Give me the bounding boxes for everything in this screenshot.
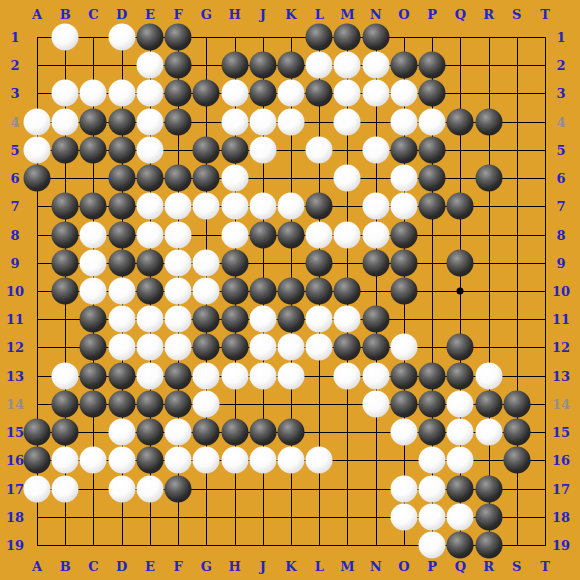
intersection-E17[interactable]	[136, 475, 164, 503]
intersection-L14[interactable]	[305, 390, 333, 418]
intersection-N13[interactable]	[362, 362, 390, 390]
intersection-S17[interactable]	[503, 475, 531, 503]
intersection-H3[interactable]	[221, 79, 249, 107]
intersection-F5[interactable]	[164, 136, 192, 164]
intersection-D15[interactable]	[108, 418, 136, 446]
intersection-Q4[interactable]	[446, 108, 474, 136]
intersection-M4[interactable]	[333, 108, 361, 136]
intersection-B9[interactable]	[51, 249, 79, 277]
intersection-N18[interactable]	[362, 503, 390, 531]
intersection-N2[interactable]	[362, 51, 390, 79]
intersection-J10[interactable]	[249, 277, 277, 305]
intersection-E4[interactable]	[136, 108, 164, 136]
intersection-A14[interactable]	[23, 390, 51, 418]
intersection-L15[interactable]	[305, 418, 333, 446]
intersection-C18[interactable]	[79, 503, 107, 531]
intersection-M10[interactable]	[333, 277, 361, 305]
intersection-P19[interactable]	[418, 531, 446, 559]
intersection-K9[interactable]	[277, 249, 305, 277]
intersection-H5[interactable]	[221, 136, 249, 164]
intersection-D6[interactable]	[108, 164, 136, 192]
intersection-B12[interactable]	[51, 333, 79, 361]
intersection-L6[interactable]	[305, 164, 333, 192]
intersection-H11[interactable]	[221, 305, 249, 333]
intersection-K11[interactable]	[277, 305, 305, 333]
intersection-O4[interactable]	[390, 108, 418, 136]
intersection-K15[interactable]	[277, 418, 305, 446]
intersection-B2[interactable]	[51, 51, 79, 79]
intersection-G5[interactable]	[192, 136, 220, 164]
intersection-M17[interactable]	[333, 475, 361, 503]
intersection-T10[interactable]	[531, 277, 559, 305]
intersection-C2[interactable]	[79, 51, 107, 79]
intersection-S11[interactable]	[503, 305, 531, 333]
intersection-O1[interactable]	[390, 23, 418, 51]
intersection-J13[interactable]	[249, 362, 277, 390]
intersection-Q3[interactable]	[446, 79, 474, 107]
intersection-R19[interactable]	[475, 531, 503, 559]
intersection-F11[interactable]	[164, 305, 192, 333]
intersection-R15[interactable]	[475, 418, 503, 446]
intersection-F14[interactable]	[164, 390, 192, 418]
intersection-G14[interactable]	[192, 390, 220, 418]
intersection-R5[interactable]	[475, 136, 503, 164]
intersection-A18[interactable]	[23, 503, 51, 531]
intersection-E13[interactable]	[136, 362, 164, 390]
intersection-E1[interactable]	[136, 23, 164, 51]
intersection-A19[interactable]	[23, 531, 51, 559]
intersection-H4[interactable]	[221, 108, 249, 136]
intersection-A17[interactable]	[23, 475, 51, 503]
intersection-J18[interactable]	[249, 503, 277, 531]
intersection-J17[interactable]	[249, 475, 277, 503]
intersection-L4[interactable]	[305, 108, 333, 136]
intersection-S4[interactable]	[503, 108, 531, 136]
intersection-T1[interactable]	[531, 23, 559, 51]
intersection-Q11[interactable]	[446, 305, 474, 333]
intersection-P18[interactable]	[418, 503, 446, 531]
intersection-L11[interactable]	[305, 305, 333, 333]
intersection-B13[interactable]	[51, 362, 79, 390]
intersection-R8[interactable]	[475, 221, 503, 249]
intersection-T3[interactable]	[531, 79, 559, 107]
intersection-H19[interactable]	[221, 531, 249, 559]
intersection-E3[interactable]	[136, 79, 164, 107]
intersection-B11[interactable]	[51, 305, 79, 333]
intersection-T14[interactable]	[531, 390, 559, 418]
intersection-Q19[interactable]	[446, 531, 474, 559]
intersection-D18[interactable]	[108, 503, 136, 531]
intersection-S15[interactable]	[503, 418, 531, 446]
intersection-B3[interactable]	[51, 79, 79, 107]
intersection-O12[interactable]	[390, 333, 418, 361]
intersection-T4[interactable]	[531, 108, 559, 136]
intersection-A10[interactable]	[23, 277, 51, 305]
intersection-L17[interactable]	[305, 475, 333, 503]
intersection-A9[interactable]	[23, 249, 51, 277]
intersection-M2[interactable]	[333, 51, 361, 79]
intersection-P12[interactable]	[418, 333, 446, 361]
intersection-P16[interactable]	[418, 446, 446, 474]
intersection-Q13[interactable]	[446, 362, 474, 390]
intersection-T16[interactable]	[531, 446, 559, 474]
intersection-M16[interactable]	[333, 446, 361, 474]
intersection-D14[interactable]	[108, 390, 136, 418]
intersection-B14[interactable]	[51, 390, 79, 418]
intersection-E11[interactable]	[136, 305, 164, 333]
intersection-L12[interactable]	[305, 333, 333, 361]
intersection-P10[interactable]	[418, 277, 446, 305]
intersection-G4[interactable]	[192, 108, 220, 136]
intersection-A13[interactable]	[23, 362, 51, 390]
intersection-G17[interactable]	[192, 475, 220, 503]
intersection-D16[interactable]	[108, 446, 136, 474]
intersection-A11[interactable]	[23, 305, 51, 333]
intersection-H15[interactable]	[221, 418, 249, 446]
intersection-T15[interactable]	[531, 418, 559, 446]
intersection-Q2[interactable]	[446, 51, 474, 79]
intersection-C7[interactable]	[79, 192, 107, 220]
intersection-P8[interactable]	[418, 221, 446, 249]
intersection-D8[interactable]	[108, 221, 136, 249]
intersection-S5[interactable]	[503, 136, 531, 164]
intersection-H1[interactable]	[221, 23, 249, 51]
intersection-B8[interactable]	[51, 221, 79, 249]
intersection-S14[interactable]	[503, 390, 531, 418]
intersection-H6[interactable]	[221, 164, 249, 192]
intersection-B1[interactable]	[51, 23, 79, 51]
intersection-H17[interactable]	[221, 475, 249, 503]
intersection-E12[interactable]	[136, 333, 164, 361]
intersection-K4[interactable]	[277, 108, 305, 136]
intersection-M3[interactable]	[333, 79, 361, 107]
intersection-P2[interactable]	[418, 51, 446, 79]
intersection-A5[interactable]	[23, 136, 51, 164]
intersection-C4[interactable]	[79, 108, 107, 136]
intersection-S13[interactable]	[503, 362, 531, 390]
intersection-D19[interactable]	[108, 531, 136, 559]
intersection-A15[interactable]	[23, 418, 51, 446]
intersection-E9[interactable]	[136, 249, 164, 277]
intersection-N7[interactable]	[362, 192, 390, 220]
intersection-F9[interactable]	[164, 249, 192, 277]
intersection-H14[interactable]	[221, 390, 249, 418]
intersection-L5[interactable]	[305, 136, 333, 164]
intersection-K7[interactable]	[277, 192, 305, 220]
intersection-L19[interactable]	[305, 531, 333, 559]
intersection-B15[interactable]	[51, 418, 79, 446]
intersection-T7[interactable]	[531, 192, 559, 220]
intersection-D1[interactable]	[108, 23, 136, 51]
intersection-F19[interactable]	[164, 531, 192, 559]
intersection-C15[interactable]	[79, 418, 107, 446]
intersection-T6[interactable]	[531, 164, 559, 192]
intersection-M11[interactable]	[333, 305, 361, 333]
intersection-G16[interactable]	[192, 446, 220, 474]
intersection-O5[interactable]	[390, 136, 418, 164]
intersection-J19[interactable]	[249, 531, 277, 559]
intersection-R10[interactable]	[475, 277, 503, 305]
intersection-J9[interactable]	[249, 249, 277, 277]
intersection-C10[interactable]	[79, 277, 107, 305]
intersection-T5[interactable]	[531, 136, 559, 164]
intersection-S16[interactable]	[503, 446, 531, 474]
intersection-Q8[interactable]	[446, 221, 474, 249]
intersection-B7[interactable]	[51, 192, 79, 220]
intersection-T12[interactable]	[531, 333, 559, 361]
intersection-S10[interactable]	[503, 277, 531, 305]
intersection-S12[interactable]	[503, 333, 531, 361]
intersection-R6[interactable]	[475, 164, 503, 192]
intersection-O17[interactable]	[390, 475, 418, 503]
intersection-D13[interactable]	[108, 362, 136, 390]
intersection-P17[interactable]	[418, 475, 446, 503]
intersection-J5[interactable]	[249, 136, 277, 164]
intersection-L18[interactable]	[305, 503, 333, 531]
intersection-R12[interactable]	[475, 333, 503, 361]
intersection-R2[interactable]	[475, 51, 503, 79]
intersection-S9[interactable]	[503, 249, 531, 277]
intersection-T11[interactable]	[531, 305, 559, 333]
intersection-G10[interactable]	[192, 277, 220, 305]
intersection-C16[interactable]	[79, 446, 107, 474]
intersection-S19[interactable]	[503, 531, 531, 559]
intersection-D5[interactable]	[108, 136, 136, 164]
intersection-O14[interactable]	[390, 390, 418, 418]
intersection-S6[interactable]	[503, 164, 531, 192]
intersection-A4[interactable]	[23, 108, 51, 136]
intersection-F18[interactable]	[164, 503, 192, 531]
intersection-P7[interactable]	[418, 192, 446, 220]
intersection-N9[interactable]	[362, 249, 390, 277]
intersection-C5[interactable]	[79, 136, 107, 164]
intersection-G1[interactable]	[192, 23, 220, 51]
intersection-K17[interactable]	[277, 475, 305, 503]
intersection-E16[interactable]	[136, 446, 164, 474]
intersection-O7[interactable]	[390, 192, 418, 220]
intersection-N16[interactable]	[362, 446, 390, 474]
intersection-M1[interactable]	[333, 23, 361, 51]
intersection-C11[interactable]	[79, 305, 107, 333]
intersection-N15[interactable]	[362, 418, 390, 446]
intersection-R11[interactable]	[475, 305, 503, 333]
intersection-T9[interactable]	[531, 249, 559, 277]
intersection-S3[interactable]	[503, 79, 531, 107]
intersection-E10[interactable]	[136, 277, 164, 305]
intersection-P9[interactable]	[418, 249, 446, 277]
intersection-T8[interactable]	[531, 221, 559, 249]
intersection-C12[interactable]	[79, 333, 107, 361]
intersection-Q17[interactable]	[446, 475, 474, 503]
intersection-R17[interactable]	[475, 475, 503, 503]
intersection-A6[interactable]	[23, 164, 51, 192]
intersection-M8[interactable]	[333, 221, 361, 249]
intersection-N19[interactable]	[362, 531, 390, 559]
intersection-N10[interactable]	[362, 277, 390, 305]
intersection-K6[interactable]	[277, 164, 305, 192]
intersection-M7[interactable]	[333, 192, 361, 220]
intersection-T18[interactable]	[531, 503, 559, 531]
intersection-K16[interactable]	[277, 446, 305, 474]
intersection-H18[interactable]	[221, 503, 249, 531]
intersection-D7[interactable]	[108, 192, 136, 220]
intersection-L10[interactable]	[305, 277, 333, 305]
intersection-M14[interactable]	[333, 390, 361, 418]
intersection-R4[interactable]	[475, 108, 503, 136]
intersection-C6[interactable]	[79, 164, 107, 192]
intersection-G7[interactable]	[192, 192, 220, 220]
intersection-L8[interactable]	[305, 221, 333, 249]
intersection-K18[interactable]	[277, 503, 305, 531]
intersection-J12[interactable]	[249, 333, 277, 361]
intersection-J4[interactable]	[249, 108, 277, 136]
intersection-B18[interactable]	[51, 503, 79, 531]
intersection-J6[interactable]	[249, 164, 277, 192]
intersection-R3[interactable]	[475, 79, 503, 107]
intersection-B16[interactable]	[51, 446, 79, 474]
intersection-J16[interactable]	[249, 446, 277, 474]
intersection-P1[interactable]	[418, 23, 446, 51]
intersection-G8[interactable]	[192, 221, 220, 249]
intersection-P14[interactable]	[418, 390, 446, 418]
intersection-D3[interactable]	[108, 79, 136, 107]
intersection-C19[interactable]	[79, 531, 107, 559]
intersection-O18[interactable]	[390, 503, 418, 531]
intersection-A12[interactable]	[23, 333, 51, 361]
intersection-O19[interactable]	[390, 531, 418, 559]
intersection-C3[interactable]	[79, 79, 107, 107]
intersection-A1[interactable]	[23, 23, 51, 51]
intersection-J2[interactable]	[249, 51, 277, 79]
intersection-H10[interactable]	[221, 277, 249, 305]
intersection-Q10[interactable]	[446, 277, 474, 305]
intersection-P13[interactable]	[418, 362, 446, 390]
intersection-K13[interactable]	[277, 362, 305, 390]
intersection-N3[interactable]	[362, 79, 390, 107]
intersection-N11[interactable]	[362, 305, 390, 333]
intersection-G15[interactable]	[192, 418, 220, 446]
intersection-E18[interactable]	[136, 503, 164, 531]
intersection-O13[interactable]	[390, 362, 418, 390]
intersection-L7[interactable]	[305, 192, 333, 220]
intersection-G3[interactable]	[192, 79, 220, 107]
intersection-Q1[interactable]	[446, 23, 474, 51]
intersection-N12[interactable]	[362, 333, 390, 361]
intersection-P4[interactable]	[418, 108, 446, 136]
intersection-J7[interactable]	[249, 192, 277, 220]
intersection-F10[interactable]	[164, 277, 192, 305]
intersection-B6[interactable]	[51, 164, 79, 192]
intersection-F12[interactable]	[164, 333, 192, 361]
intersection-B5[interactable]	[51, 136, 79, 164]
intersection-G11[interactable]	[192, 305, 220, 333]
intersection-D2[interactable]	[108, 51, 136, 79]
intersection-G2[interactable]	[192, 51, 220, 79]
intersection-T17[interactable]	[531, 475, 559, 503]
intersection-F17[interactable]	[164, 475, 192, 503]
intersection-M5[interactable]	[333, 136, 361, 164]
intersection-B4[interactable]	[51, 108, 79, 136]
intersection-M9[interactable]	[333, 249, 361, 277]
intersection-G18[interactable]	[192, 503, 220, 531]
intersection-K14[interactable]	[277, 390, 305, 418]
intersection-Q14[interactable]	[446, 390, 474, 418]
intersection-D10[interactable]	[108, 277, 136, 305]
intersection-J11[interactable]	[249, 305, 277, 333]
intersection-Q9[interactable]	[446, 249, 474, 277]
intersection-E8[interactable]	[136, 221, 164, 249]
intersection-N14[interactable]	[362, 390, 390, 418]
intersection-F2[interactable]	[164, 51, 192, 79]
intersection-Q16[interactable]	[446, 446, 474, 474]
intersection-G19[interactable]	[192, 531, 220, 559]
intersection-D9[interactable]	[108, 249, 136, 277]
intersection-F16[interactable]	[164, 446, 192, 474]
intersection-O8[interactable]	[390, 221, 418, 249]
intersection-H16[interactable]	[221, 446, 249, 474]
intersection-Q18[interactable]	[446, 503, 474, 531]
intersection-H2[interactable]	[221, 51, 249, 79]
intersection-H13[interactable]	[221, 362, 249, 390]
intersection-S8[interactable]	[503, 221, 531, 249]
intersection-S18[interactable]	[503, 503, 531, 531]
intersection-G12[interactable]	[192, 333, 220, 361]
intersection-C9[interactable]	[79, 249, 107, 277]
intersection-P15[interactable]	[418, 418, 446, 446]
intersection-F13[interactable]	[164, 362, 192, 390]
intersection-S2[interactable]	[503, 51, 531, 79]
intersection-O11[interactable]	[390, 305, 418, 333]
intersection-M19[interactable]	[333, 531, 361, 559]
intersection-D4[interactable]	[108, 108, 136, 136]
intersection-K19[interactable]	[277, 531, 305, 559]
intersection-L9[interactable]	[305, 249, 333, 277]
intersection-N1[interactable]	[362, 23, 390, 51]
intersection-O6[interactable]	[390, 164, 418, 192]
intersection-F8[interactable]	[164, 221, 192, 249]
intersection-F1[interactable]	[164, 23, 192, 51]
intersection-R1[interactable]	[475, 23, 503, 51]
intersection-L16[interactable]	[305, 446, 333, 474]
intersection-D17[interactable]	[108, 475, 136, 503]
intersection-T13[interactable]	[531, 362, 559, 390]
intersection-P6[interactable]	[418, 164, 446, 192]
intersection-H12[interactable]	[221, 333, 249, 361]
intersection-D12[interactable]	[108, 333, 136, 361]
intersection-L1[interactable]	[305, 23, 333, 51]
intersection-G13[interactable]	[192, 362, 220, 390]
intersection-E14[interactable]	[136, 390, 164, 418]
intersection-R14[interactable]	[475, 390, 503, 418]
intersection-L2[interactable]	[305, 51, 333, 79]
intersection-S1[interactable]	[503, 23, 531, 51]
intersection-A16[interactable]	[23, 446, 51, 474]
intersection-O15[interactable]	[390, 418, 418, 446]
intersection-F4[interactable]	[164, 108, 192, 136]
intersection-M13[interactable]	[333, 362, 361, 390]
intersection-R18[interactable]	[475, 503, 503, 531]
intersection-A3[interactable]	[23, 79, 51, 107]
intersection-A8[interactable]	[23, 221, 51, 249]
intersection-R16[interactable]	[475, 446, 503, 474]
intersection-B19[interactable]	[51, 531, 79, 559]
intersection-D11[interactable]	[108, 305, 136, 333]
intersection-L13[interactable]	[305, 362, 333, 390]
intersection-O16[interactable]	[390, 446, 418, 474]
intersection-F7[interactable]	[164, 192, 192, 220]
intersection-F3[interactable]	[164, 79, 192, 107]
intersection-Q15[interactable]	[446, 418, 474, 446]
